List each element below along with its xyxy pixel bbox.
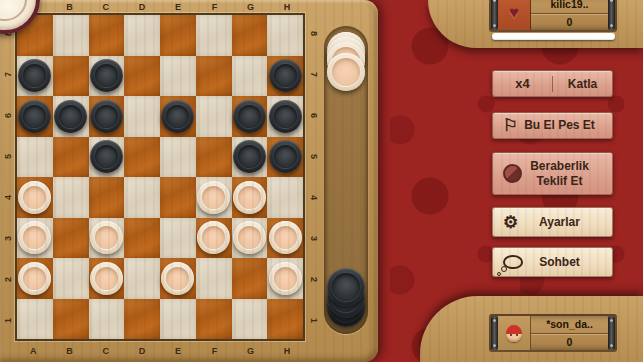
- board-cell-g6[interactable]: [232, 96, 268, 137]
- white-piece-a4[interactable]: [18, 181, 51, 214]
- board-cell-d1[interactable]: [124, 299, 160, 340]
- board-cell-e1[interactable]: [160, 299, 196, 340]
- coord-top-c: C: [88, 0, 124, 13]
- top-player-avatar[interactable]: ♥: [498, 0, 531, 30]
- bottom-player-info: *son_da.. 0: [531, 316, 608, 350]
- captured-tray: [324, 26, 368, 334]
- coord-top-d: D: [124, 0, 160, 13]
- board: [15, 13, 305, 341]
- board-cell-f1[interactable]: [196, 299, 232, 340]
- white-piece-h3[interactable]: [269, 221, 302, 254]
- board-cell-f3[interactable]: [196, 218, 232, 259]
- top-player-timer-bar: [492, 33, 615, 40]
- board-cell-e2[interactable]: [160, 258, 196, 299]
- black-piece-b6[interactable]: [54, 100, 87, 133]
- board-cell-c8[interactable]: [89, 15, 125, 56]
- white-piece-g3[interactable]: [233, 221, 266, 254]
- board-cell-e8[interactable]: [160, 15, 196, 56]
- black-piece-g6[interactable]: [233, 100, 266, 133]
- chat-label: Sohbet: [525, 255, 580, 270]
- board-cell-g8[interactable]: [232, 15, 268, 56]
- board-cell-d6[interactable]: [124, 96, 160, 137]
- board-cell-f8[interactable]: [196, 15, 232, 56]
- board-cell-h4[interactable]: [267, 177, 303, 218]
- bottom-player-score: 0: [531, 334, 608, 351]
- settings-button[interactable]: ⚙ Ayarlar: [492, 207, 613, 237]
- board-cell-c5[interactable]: [89, 137, 125, 178]
- black-piece-a6[interactable]: [18, 100, 51, 133]
- board-cell-a3[interactable]: [17, 218, 53, 259]
- captured-black-piece: [327, 268, 365, 306]
- white-piece-a2[interactable]: [18, 262, 51, 295]
- board-panel: ABCDEFGH ABCDEFGH 87654321 87654321: [0, 0, 378, 362]
- black-piece-h7[interactable]: [269, 59, 302, 92]
- white-piece-c2[interactable]: [90, 262, 123, 295]
- black-piece-c7[interactable]: [90, 59, 123, 92]
- gear-wrench-icon: ⚙: [503, 214, 518, 231]
- board-cell-h7[interactable]: [267, 56, 303, 97]
- board-cell-d8[interactable]: [124, 15, 160, 56]
- board-cell-h3[interactable]: [267, 218, 303, 259]
- chat-button[interactable]: Sohbet: [492, 247, 613, 277]
- black-piece-a7[interactable]: [18, 59, 51, 92]
- top-player-name: kilic19..: [531, 0, 608, 13]
- black-piece-c5[interactable]: [90, 140, 123, 173]
- board-cell-g4[interactable]: [232, 177, 268, 218]
- board-cell-h8[interactable]: [267, 15, 303, 56]
- board-cell-b1[interactable]: [53, 299, 89, 340]
- coord-top-e: E: [160, 0, 196, 13]
- board-cell-a1[interactable]: [17, 299, 53, 340]
- coord-bottom-d: D: [124, 342, 160, 360]
- thought-bubble-icon: [503, 255, 523, 269]
- white-piece-h2[interactable]: [269, 262, 302, 295]
- board-cell-f6[interactable]: [196, 96, 232, 137]
- board-cell-b8[interactable]: [53, 15, 89, 56]
- heart-mascot-icon: ♥: [509, 3, 519, 23]
- board-cell-b3[interactable]: [53, 218, 89, 259]
- black-piece-h6[interactable]: [269, 100, 302, 133]
- white-piece-c3[interactable]: [90, 221, 123, 254]
- board-cell-h6[interactable]: [267, 96, 303, 137]
- handshake-icon: [503, 164, 522, 183]
- white-piece-e2[interactable]: [161, 262, 194, 295]
- double-multiplier: x4: [493, 76, 552, 91]
- board-cell-g7[interactable]: [232, 56, 268, 97]
- coord-bottom-a: A: [15, 342, 51, 360]
- coord-bottom-b: B: [51, 342, 87, 360]
- bottom-player-name: *son_da..: [531, 316, 608, 333]
- settings-label: Ayarlar: [525, 215, 580, 230]
- board-cell-f7[interactable]: [196, 56, 232, 97]
- board-cell-e7[interactable]: [160, 56, 196, 97]
- coord-top-h: H: [269, 0, 305, 13]
- board-cell-h5[interactable]: [267, 137, 303, 178]
- board-cell-e6[interactable]: [160, 96, 196, 137]
- board-cell-d5[interactable]: [124, 137, 160, 178]
- white-piece-g4[interactable]: [233, 181, 266, 214]
- board-cell-f2[interactable]: [196, 258, 232, 299]
- board-cell-d2[interactable]: [124, 258, 160, 299]
- black-piece-g5[interactable]: [233, 140, 266, 173]
- panel-bracket-right: [608, 316, 615, 350]
- black-piece-e6[interactable]: [161, 100, 194, 133]
- board-cell-g2[interactable]: [232, 258, 268, 299]
- board-cell-d4[interactable]: [124, 177, 160, 218]
- captured-white-piece: [327, 53, 365, 91]
- board-cell-c6[interactable]: [89, 96, 125, 137]
- board-cell-g5[interactable]: [232, 137, 268, 178]
- board-cell-a2[interactable]: [17, 258, 53, 299]
- board-cell-c1[interactable]: [89, 299, 125, 340]
- board-cell-b7[interactable]: [53, 56, 89, 97]
- board-cell-g3[interactable]: [232, 218, 268, 259]
- black-piece-h5[interactable]: [269, 140, 302, 173]
- white-piece-a3[interactable]: [18, 221, 51, 254]
- panel-bracket-left: [491, 0, 498, 30]
- panel-bracket-right: [608, 0, 615, 30]
- coord-bottom-c: C: [88, 342, 124, 360]
- double-button[interactable]: x4 Katla: [492, 70, 613, 97]
- board-cell-c3[interactable]: [89, 218, 125, 259]
- coord-top-b: B: [51, 0, 87, 13]
- white-piece-f4[interactable]: [197, 181, 230, 214]
- draw-label: Beraberlik Teklif Et: [516, 159, 589, 189]
- board-cell-a7[interactable]: [17, 56, 53, 97]
- board-cell-b5[interactable]: [53, 137, 89, 178]
- coord-bottom-e: E: [160, 342, 196, 360]
- captured-black-stack: [327, 268, 365, 328]
- board-cell-b2[interactable]: [53, 258, 89, 299]
- coord-bottom-g: G: [233, 342, 269, 360]
- board-cell-g1[interactable]: [232, 299, 268, 340]
- board-cell-c7[interactable]: [89, 56, 125, 97]
- top-player-info: kilic19.. 0: [531, 0, 608, 30]
- board-cell-h1[interactable]: [267, 299, 303, 340]
- board-cell-a6[interactable]: [17, 96, 53, 137]
- offer-draw-button[interactable]: Beraberlik Teklif Et: [492, 152, 613, 195]
- resign-label: Bu El Pes Et: [510, 118, 595, 133]
- coord-top-f: F: [196, 0, 232, 13]
- board-cell-e4[interactable]: [160, 177, 196, 218]
- board-coords-right: 87654321: [305, 13, 323, 341]
- top-player-panel[interactable]: ♥ kilic19.. 0: [489, 0, 617, 32]
- panel-bracket-left: [491, 316, 498, 350]
- bottom-player-avatar[interactable]: [498, 316, 531, 350]
- board-cell-c4[interactable]: [89, 177, 125, 218]
- board-coords-bottom: ABCDEFGH: [15, 342, 305, 360]
- board-cell-b6[interactable]: [53, 96, 89, 137]
- top-player-score: 0: [531, 14, 608, 31]
- board-coords-top: ABCDEFGH: [15, 0, 305, 13]
- board-grid: [17, 15, 303, 339]
- white-piece-f3[interactable]: [197, 221, 230, 254]
- double-label: Katla: [553, 77, 612, 91]
- board-cell-h2[interactable]: [267, 258, 303, 299]
- board-cell-b4[interactable]: [53, 177, 89, 218]
- board-cell-d3[interactable]: [124, 218, 160, 259]
- board-cell-a5[interactable]: [17, 137, 53, 178]
- resign-button[interactable]: ⚐ Bu El Pes Et: [492, 112, 613, 139]
- black-piece-c6[interactable]: [90, 100, 123, 133]
- bottom-player-panel[interactable]: *son_da.. 0: [489, 314, 617, 352]
- board-cell-f5[interactable]: [196, 137, 232, 178]
- flag-icon: ⚐: [503, 117, 518, 134]
- red-helmet-kid-icon: [506, 325, 522, 342]
- board-cell-e5[interactable]: [160, 137, 196, 178]
- game-screen: ABCDEFGH ABCDEFGH 87654321 87654321 ♥ ki…: [0, 0, 643, 362]
- board-coords-left: 87654321: [0, 13, 15, 341]
- coord-bottom-h: H: [269, 342, 305, 360]
- board-cell-c2[interactable]: [89, 258, 125, 299]
- captured-white-stack: [327, 32, 365, 90]
- board-cell-a4[interactable]: [17, 177, 53, 218]
- coord-top-g: G: [233, 0, 269, 13]
- board-cell-d7[interactable]: [124, 56, 160, 97]
- coord-bottom-f: F: [196, 342, 232, 360]
- board-cell-e3[interactable]: [160, 218, 196, 259]
- board-cell-f4[interactable]: [196, 177, 232, 218]
